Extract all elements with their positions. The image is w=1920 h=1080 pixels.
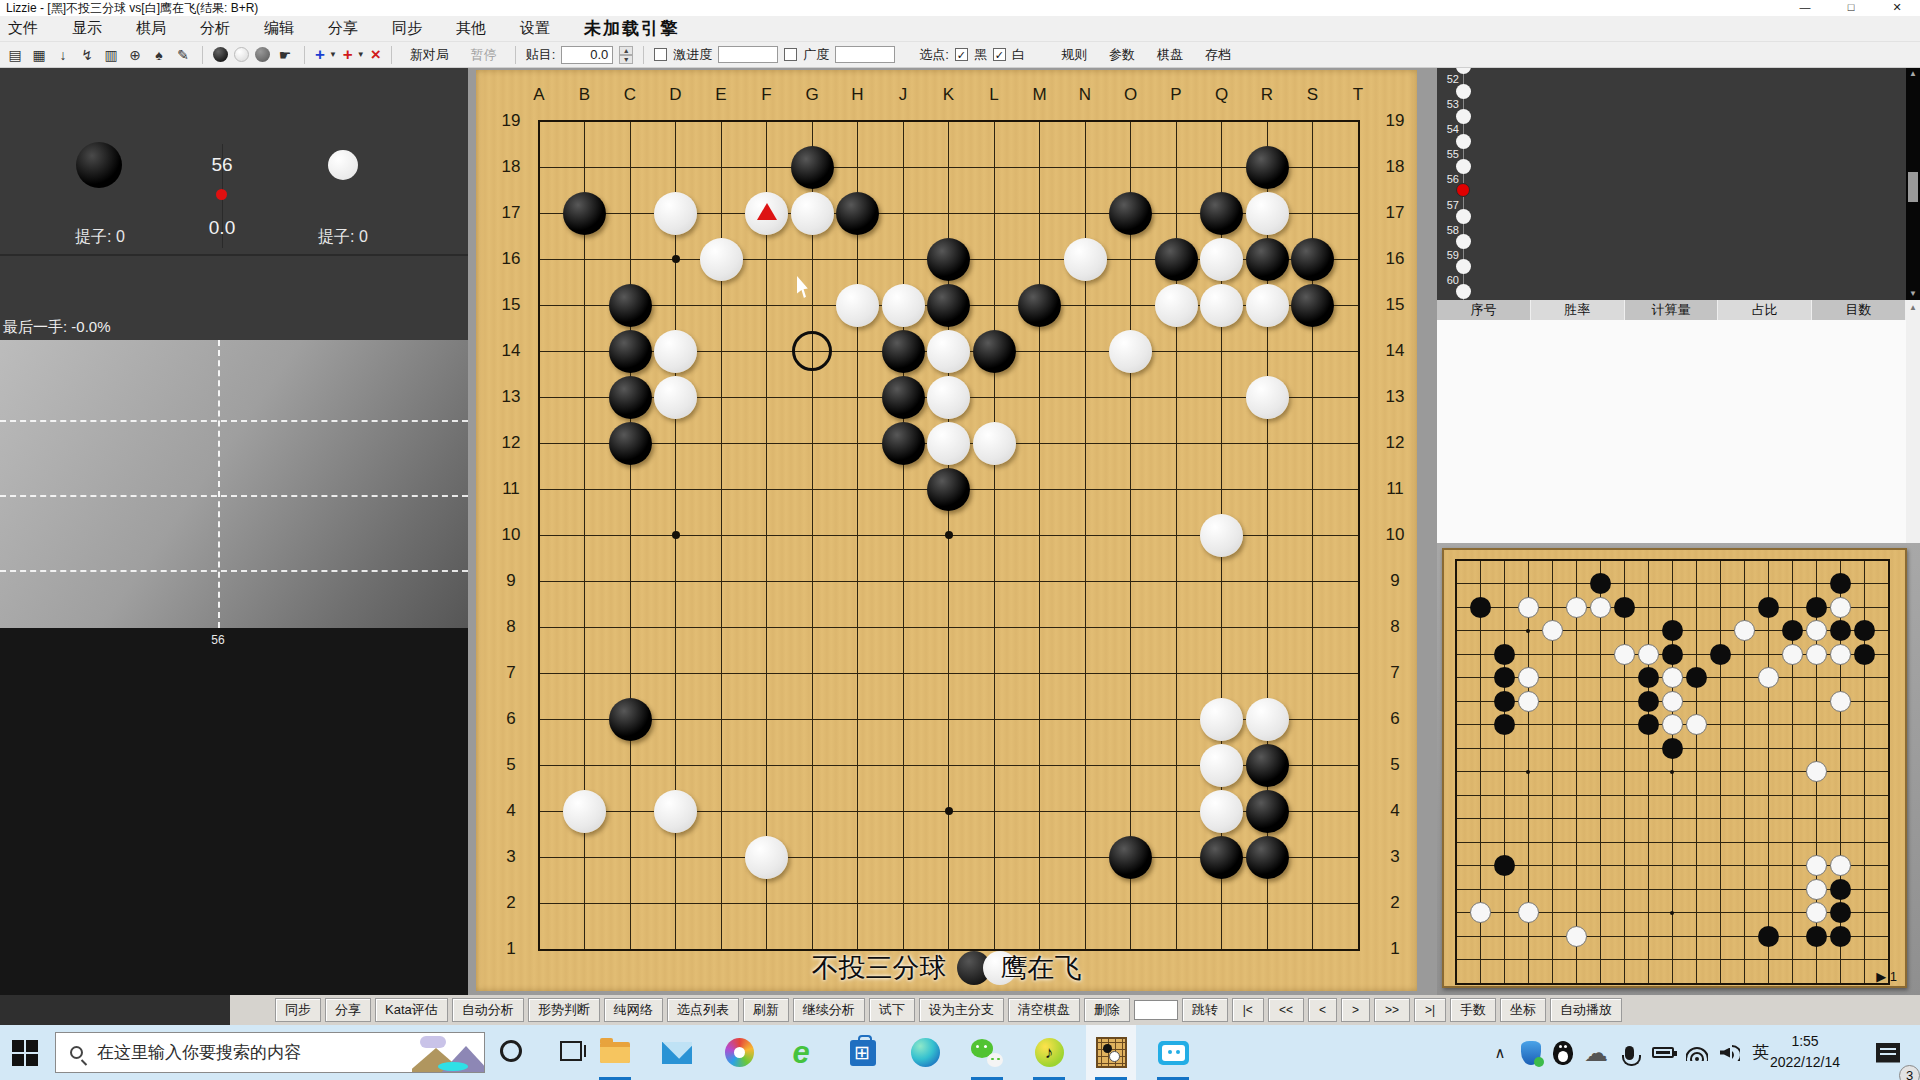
move-number-59: 59 (1437, 249, 1459, 261)
candidates-black-checkbox[interactable]: ✓ (955, 48, 968, 61)
menu-bar: 文件显示棋局分析编辑分享同步其他设置 未加载引擎 (0, 16, 1920, 42)
coord-number-13-left: 13 (495, 387, 527, 407)
move-node-55[interactable] (1456, 159, 1471, 174)
analysis-table-header: 序号胜率计算量占比目数 (1437, 300, 1906, 320)
black-stone-P16 (1782, 620, 1803, 641)
black-stone-R5 (1246, 744, 1289, 787)
menu-item-分析[interactable]: 分析 (200, 19, 230, 38)
analysis-button-继续分析[interactable]: 继续分析 (793, 998, 865, 1022)
white-stone-R15 (1830, 644, 1851, 665)
move-node-60[interactable] (1456, 284, 1471, 299)
white-stone-G17 (791, 192, 834, 235)
analysis-button-清空棋盘[interactable]: 清空棋盘 (1008, 998, 1080, 1022)
nav-button-forward[interactable]: > (1341, 998, 1370, 1022)
cortana-button[interactable] (500, 1040, 522, 1062)
coord-number-2-right: 2 (1379, 893, 1411, 913)
menu-item-棋局[interactable]: 棋局 (136, 19, 166, 38)
black-stone-C6 (1494, 855, 1515, 876)
breadth-label: 广度 (803, 46, 829, 64)
divider (0, 254, 468, 256)
white-stone-B4 (563, 790, 606, 833)
coord-number-16-left: 16 (495, 249, 527, 269)
black-stone-S15 (1854, 644, 1875, 665)
black-stone-P16 (1155, 238, 1198, 281)
coord-number-2-left: 2 (495, 893, 527, 913)
spinner-down-icon[interactable]: ▼ (619, 55, 633, 64)
move-node-53[interactable] (1456, 109, 1471, 124)
menu-item-文件[interactable]: 文件 (8, 19, 38, 38)
coord-number-8-right: 8 (1379, 617, 1411, 637)
black-stone-J12 (1638, 714, 1659, 735)
table-header-占比[interactable]: 占比 (1718, 300, 1812, 320)
go-board[interactable]: ABCDEFGHJKLMNOPQRST191918181717161615151… (476, 70, 1417, 991)
analysis-button-纯网络[interactable]: 纯网络 (604, 998, 663, 1022)
star-point (945, 807, 953, 815)
black-stone-S16 (1291, 238, 1334, 281)
scroll-up-icon[interactable]: ▲ (1906, 68, 1920, 80)
menu-item-显示[interactable]: 显示 (72, 19, 102, 38)
coord-letter-J: J (891, 85, 915, 105)
star-point (945, 531, 953, 539)
black-player-name: 不投三分球 (812, 950, 947, 986)
maximize-button[interactable]: □ (1828, 0, 1874, 16)
white-stone-E16 (700, 238, 743, 281)
coord-number-10-left: 10 (495, 525, 527, 545)
move-number: 56 (192, 154, 252, 176)
menu-item-分享[interactable]: 分享 (328, 19, 358, 38)
save-file-icon[interactable]: ▦ (30, 46, 48, 64)
white-stone-D13 (654, 376, 697, 419)
taskbar-app-bilibili[interactable] (1148, 1025, 1198, 1080)
star-point (672, 531, 680, 539)
mini-board-panel: ▶ 1 (1437, 543, 1920, 995)
blue-cross-tool-icon[interactable]: + (315, 47, 325, 63)
black-stone-K16 (927, 238, 970, 281)
white-stone-Q15 (1806, 644, 1827, 665)
move-number-60: 60 (1437, 274, 1459, 286)
open-file-icon[interactable]: ▤ (6, 46, 24, 64)
coord-letter-P: P (1164, 85, 1188, 105)
menu-item-编辑[interactable]: 编辑 (264, 19, 294, 38)
taskbar-app-lizzie[interactable] (1086, 1025, 1136, 1080)
move-node-54[interactable] (1456, 134, 1471, 149)
chevron-down-icon[interactable]: ▼ (329, 50, 337, 59)
tray-antivirus-shield-icon[interactable] (1516, 1025, 1546, 1080)
white-stone-K13 (1662, 691, 1683, 712)
white-stone-tool-icon[interactable] (234, 47, 249, 62)
scrollbar-thumb[interactable] (1908, 172, 1918, 202)
taskbar-app-wechat[interactable] (962, 1025, 1012, 1080)
analysis-button-坐标[interactable]: 坐标 (1500, 998, 1546, 1022)
taskbar-app-store[interactable] (838, 1025, 888, 1080)
black-stone-O17 (1109, 192, 1152, 235)
analysis-button-刷新[interactable]: 刷新 (743, 998, 789, 1022)
toolbar-separator (304, 46, 305, 64)
black-player-stone (76, 142, 122, 188)
graph-move-label: 56 (196, 633, 240, 647)
white-stone-O14 (1109, 330, 1152, 373)
white-stone-N16 (1734, 620, 1755, 641)
coord-number-3-right: 3 (1379, 847, 1411, 867)
white-stone-D14 (654, 330, 697, 373)
analysis-button-自动播放[interactable]: 自动播放 (1550, 998, 1622, 1022)
new-game-button[interactable]: 新对局 (402, 44, 457, 66)
spade-icon[interactable]: ♠ (150, 46, 168, 64)
coord-letter-H: H (846, 85, 870, 105)
white-stone-Q10 (1200, 514, 1243, 557)
black-stone-Q17 (1806, 597, 1827, 618)
white-stone-H15 (836, 284, 879, 327)
move-node-52[interactable] (1456, 84, 1471, 99)
move-number-58: 58 (1437, 224, 1459, 236)
nav-button-forward5[interactable]: >> (1374, 998, 1410, 1022)
white-stone-F3 (745, 836, 788, 879)
aggressiveness-label: 激进度 (673, 46, 712, 64)
black-stone-B17 (1470, 597, 1491, 618)
taskbar-app-edge[interactable] (900, 1025, 950, 1080)
analysis-button-删除[interactable]: 删除 (1084, 998, 1130, 1022)
last-move-triangle-marker (757, 203, 777, 220)
toolbar-separator (202, 46, 203, 64)
hand-tool-icon[interactable]: ☛ (276, 46, 294, 64)
chart-icon[interactable]: ▥ (102, 46, 120, 64)
coord-letter-S: S (1301, 85, 1325, 105)
coord-number-9-right: 9 (1379, 571, 1411, 591)
mail-icon (662, 1042, 692, 1064)
coord-letter-M: M (1028, 85, 1052, 105)
candidates-label: 选点: (919, 46, 949, 64)
move-navigator[interactable]: 525354555657585960 (1437, 68, 1920, 300)
weather-widget[interactable] (412, 1032, 484, 1073)
black-stone-R4 (1246, 790, 1289, 833)
move-number-55: 55 (1437, 148, 1459, 160)
start-button[interactable] (12, 1040, 38, 1066)
white-stone-D17 (1518, 597, 1539, 618)
coord-number-13-right: 13 (1379, 387, 1411, 407)
gray-stone-tool-icon[interactable] (255, 47, 270, 62)
toolbar-separator (643, 46, 644, 64)
chevron-down-icon[interactable]: ▼ (357, 50, 365, 59)
white-stone-N16 (1064, 238, 1107, 281)
taskbar-app-ie[interactable]: e (776, 1025, 826, 1080)
taskbar-app-file-explorer[interactable] (590, 1025, 640, 1080)
taskbar-app-browser-360[interactable] (714, 1025, 764, 1080)
rules-button[interactable]: 规则 (1053, 44, 1095, 66)
taskbar-app-qq-music[interactable]: ♪ (1024, 1025, 1074, 1080)
globe-icon[interactable]: ⊕ (126, 46, 144, 64)
analysis-button-形势判断[interactable]: 形势判断 (528, 998, 600, 1022)
black-stone-S16 (1854, 620, 1875, 641)
black-stone-C6 (609, 698, 652, 741)
candidates-white-checkbox[interactable]: ✓ (993, 48, 1006, 61)
spinner-up-icon[interactable]: ▲ (619, 46, 633, 55)
black-stone-C13 (1494, 691, 1515, 712)
white-stone-R13 (1246, 376, 1289, 419)
lightning-icon[interactable]: ↯ (78, 46, 96, 64)
move-node-57[interactable] (1456, 209, 1471, 224)
nav-button-first[interactable]: |< (1232, 998, 1264, 1022)
coord-number-5-right: 5 (1379, 755, 1411, 775)
lake-icon (438, 1062, 468, 1071)
move-number-53: 53 (1437, 98, 1459, 110)
engine-status-label: 未加载引擎 (584, 17, 679, 40)
white-stone-Q10 (1806, 761, 1827, 782)
black-stone-R16 (1246, 238, 1289, 281)
black-stone-R18 (1246, 146, 1289, 189)
menu-item-同步[interactable]: 同步 (392, 19, 422, 38)
coord-number-18-left: 18 (495, 157, 527, 177)
aggressiveness-input[interactable] (718, 46, 778, 63)
aggressiveness-checkbox[interactable] (654, 48, 667, 61)
coord-number-12-right: 12 (1379, 433, 1411, 453)
white-stone-Q6 (1806, 855, 1827, 876)
white-stone-F17 (1566, 597, 1587, 618)
download-icon[interactable]: ↓ (54, 46, 72, 64)
close-button[interactable]: ✕ (1874, 0, 1920, 16)
jump-button[interactable]: 跳转 (1182, 998, 1228, 1022)
pencil-icon[interactable]: ✎ (174, 46, 192, 64)
black-captures: 提子: 0 (30, 227, 170, 248)
scroll-up-icon[interactable]: ▲ (1906, 302, 1920, 314)
main-toolbar: ▤ ▦ ↓ ↯ ▥ ⊕ ♠ ✎ ☛ +▼ +▼ × 新对局 暂停 贴目: 0.0… (0, 42, 1920, 68)
white-stone-F3 (1566, 926, 1587, 947)
black-stone-R3 (1830, 926, 1851, 947)
bilibili-icon (1158, 1041, 1189, 1065)
tray-microphone-icon[interactable] (1614, 1025, 1644, 1080)
black-stone-O17 (1758, 597, 1779, 618)
black-stone-R4 (1830, 902, 1851, 923)
coord-number-16-right: 16 (1379, 249, 1411, 269)
title-bar: Lizzie - [黑]不投三分球 vs[白]鹰在飞(结果: B+R) — □ … (0, 0, 1920, 16)
toolbar-separator (515, 46, 516, 64)
analysis-button-选点列表[interactable]: 选点列表 (667, 998, 739, 1022)
black-stone-tool-icon[interactable] (213, 47, 228, 62)
coord-number-19-right: 19 (1379, 111, 1411, 131)
graph-gridline (0, 420, 468, 422)
black-stone-R16 (1830, 620, 1851, 641)
table-header-序号[interactable]: 序号 (1437, 300, 1531, 320)
coord-letter-N: N (1073, 85, 1097, 105)
candidates-white-label: 白 (1012, 46, 1025, 64)
komi-label: 贴目: (526, 46, 556, 64)
white-stone-L12 (1686, 714, 1707, 735)
white-stone-D17 (654, 192, 697, 235)
black-stone-C12 (1494, 714, 1515, 735)
breadth-input[interactable] (835, 46, 895, 63)
black-stone-O3 (1758, 926, 1779, 947)
coord-letter-T: T (1346, 85, 1370, 105)
taskbar-app-mail[interactable] (652, 1025, 702, 1080)
move-number-54: 54 (1437, 123, 1459, 135)
navigator-scrollbar[interactable]: ▲ ▼ (1906, 68, 1920, 300)
menu-item-设置[interactable]: 设置 (520, 19, 550, 38)
black-stone-R3 (1246, 836, 1289, 879)
analysis-button-自动分析[interactable]: 自动分析 (452, 998, 524, 1022)
breadth-checkbox[interactable] (784, 48, 797, 61)
white-stone-G17 (1590, 597, 1611, 618)
minimize-button[interactable]: — (1782, 0, 1828, 16)
black-stone-C15 (1494, 644, 1515, 665)
white-stone-D14 (1518, 667, 1539, 688)
coord-letter-D: D (664, 85, 688, 105)
move-number-56: 56 (1437, 173, 1459, 185)
analysis-button-设为主分支[interactable]: 设为主分支 (919, 998, 1004, 1022)
white-stone-R17 (1830, 597, 1851, 618)
notification-icon (1876, 1043, 1900, 1063)
black-stone-C13 (609, 376, 652, 419)
table-scrollbar[interactable]: ▲ (1906, 300, 1920, 543)
current-move-dot (216, 189, 227, 200)
nav-button-back[interactable]: < (1308, 998, 1337, 1022)
white-stone-Q5 (1200, 744, 1243, 787)
white-player-name: 鹰在飞 (1001, 950, 1082, 986)
search-placeholder: 在这里输入你要搜索的内容 (97, 1041, 412, 1064)
tray-cloud-icon[interactable]: ☁ (1580, 1025, 1612, 1080)
notification-badge: 3 (1899, 1065, 1920, 1080)
move-node-59[interactable] (1456, 259, 1471, 274)
coord-letter-B: B (573, 85, 597, 105)
white-stone-K14 (1662, 667, 1683, 688)
file-explorer-icon (600, 1042, 630, 1063)
white-stone-Q4 (1806, 902, 1827, 923)
coord-number-5-left: 5 (495, 755, 527, 775)
black-stone-Q3 (1806, 926, 1827, 947)
star-point (1670, 911, 1674, 915)
analysis-button-分享[interactable]: 分享 (325, 998, 371, 1022)
white-stone-J15 (882, 284, 925, 327)
black-stone-M15 (1710, 644, 1731, 665)
white-stone-R17 (1246, 192, 1289, 235)
scroll-down-icon[interactable]: ▼ (1906, 288, 1920, 300)
black-stone-R5 (1830, 879, 1851, 900)
white-stone-R15 (1246, 284, 1289, 327)
taskbar-clock[interactable]: 1:55 2022/12/14 (1750, 1031, 1860, 1073)
candidates-black-label: 黑 (974, 46, 987, 64)
white-stone-J15 (1638, 644, 1659, 665)
black-stone-C14 (1494, 667, 1515, 688)
black-stone-C14 (609, 330, 652, 373)
tray-qq-penguin-icon[interactable] (1548, 1025, 1578, 1080)
search-icon (70, 1046, 83, 1059)
white-stone-Q16 (1200, 238, 1243, 281)
params-button[interactable]: 参数 (1101, 44, 1143, 66)
mini-go-board[interactable]: ▶ 1 (1442, 548, 1907, 988)
white-stone-Q15 (1200, 284, 1243, 327)
nav-button-last[interactable]: >| (1414, 998, 1446, 1022)
coord-number-14-right: 14 (1379, 341, 1411, 361)
taskbar-search[interactable]: 在这里输入你要搜索的内容 (55, 1032, 485, 1073)
star-point (1670, 770, 1674, 774)
analysis-table-body (1437, 320, 1906, 543)
notification-center-button[interactable]: 3 (1868, 1025, 1908, 1080)
coord-number-9-left: 9 (495, 571, 527, 591)
current-move-node-56[interactable] (1456, 183, 1470, 197)
graph-current-move-line (218, 340, 220, 628)
coord-number-4-left: 4 (495, 801, 527, 821)
archive-button[interactable]: 存档 (1197, 44, 1239, 66)
coord-number-19-left: 19 (495, 111, 527, 131)
delete-mark-icon[interactable]: × (371, 47, 381, 63)
black-stone-H17 (1614, 597, 1635, 618)
analysis-toolbar: 同步分享Kata评估自动分析形势判断纯网络选点列表刷新继续分析试下设为主分支清空… (230, 995, 1920, 1025)
winrate-graph[interactable] (0, 340, 468, 628)
coord-number-7-right: 7 (1379, 663, 1411, 683)
coord-number-14-left: 14 (495, 341, 527, 361)
tray-expand-chevron-icon[interactable]: ∧ (1486, 1025, 1514, 1080)
star-point (1526, 629, 1530, 633)
coord-letter-F: F (755, 85, 779, 105)
menu-item-其他[interactable]: 其他 (456, 19, 486, 38)
player-bar: 不投三分球 鹰在飞 (476, 946, 1417, 990)
menu-items: 文件显示棋局分析编辑分享同步其他设置 (8, 19, 550, 38)
star-point (672, 255, 680, 263)
coord-number-8-left: 8 (495, 617, 527, 637)
window-title: Lizzie - [黑]不投三分球 vs[白]鹰在飞(结果: B+R) (6, 1, 258, 15)
ie-browser-icon: e (792, 1039, 809, 1067)
red-cross-tool-icon[interactable]: + (343, 47, 353, 63)
black-stone-Q3 (1200, 836, 1243, 879)
pause-button[interactable]: 暂停 (463, 44, 505, 66)
tray-wifi-icon[interactable] (1682, 1025, 1712, 1080)
bottom-left-filler (0, 995, 230, 1025)
go-board-app-icon (1096, 1037, 1127, 1068)
black-stone-K15 (1662, 644, 1683, 665)
table-header-目数[interactable]: 目数 (1812, 300, 1906, 320)
white-stone-D4 (1518, 902, 1539, 923)
last-move-delta: 最后一手: -0.0% (3, 318, 111, 337)
black-stone-Q17 (1200, 192, 1243, 235)
coord-letter-R: R (1255, 85, 1279, 105)
jump-move-input[interactable] (1134, 1000, 1178, 1020)
white-stone-Q6 (1200, 698, 1243, 741)
coord-number-12-left: 12 (495, 433, 527, 453)
black-stone-G18 (1590, 573, 1611, 594)
komi-input[interactable]: 0.0 (561, 46, 613, 64)
tray-volume-icon[interactable] (1714, 1025, 1746, 1080)
board-button[interactable]: 棋盘 (1149, 44, 1191, 66)
black-stone-J14 (882, 330, 925, 373)
black-stone-K11 (927, 468, 970, 511)
table-header-胜率[interactable]: 胜率 (1531, 300, 1625, 320)
lizzie-window: Lizzie - [黑]不投三分球 vs[白]鹰在飞(结果: B+R) — □ … (0, 0, 1920, 1080)
black-stone-G18 (791, 146, 834, 189)
coord-number-15-right: 15 (1379, 295, 1411, 315)
analysis-button-Kata评估[interactable]: Kata评估 (375, 998, 448, 1022)
wechat-icon (971, 1039, 1003, 1067)
black-stone-L14 (973, 330, 1016, 373)
white-captures: 提子: 0 (273, 227, 413, 248)
board-panel: ABCDEFGHJKLMNOPQRST191918181717161615151… (468, 68, 1437, 995)
white-stone-K14 (927, 330, 970, 373)
analysis-button-同步[interactable]: 同步 (275, 998, 321, 1022)
coord-letter-A: A (527, 85, 551, 105)
task-view-button[interactable] (560, 1041, 582, 1061)
black-stone-J13 (882, 376, 925, 419)
move-node-58[interactable] (1456, 234, 1471, 249)
komi-spinner[interactable]: ▲▼ (619, 46, 633, 64)
black-stone-C15 (609, 284, 652, 327)
nav-button-back5[interactable]: << (1268, 998, 1304, 1022)
analysis-button-试下[interactable]: 试下 (869, 998, 915, 1022)
analysis-button-手数[interactable]: 手数 (1450, 998, 1496, 1022)
score-lead: 0.0 (192, 217, 252, 239)
microsoft-store-icon (850, 1040, 876, 1066)
table-header-计算量[interactable]: 计算量 (1625, 300, 1719, 320)
black-stone-O3 (1109, 836, 1152, 879)
black-stone-J13 (1638, 691, 1659, 712)
tray-battery-icon[interactable] (1646, 1025, 1680, 1080)
black-stone-B17 (563, 192, 606, 235)
